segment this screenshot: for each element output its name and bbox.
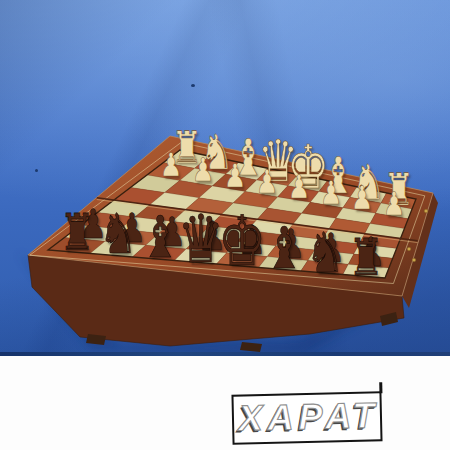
watermark-text: ХАРАТ [233, 393, 380, 440]
product-photo: ♜♞♝♛♚♝♞♜♟♟♟♟♟♟♟♟♟♟♟♟♟♟♟♟♜♞♝♛♚♝♞♜ ХАРАТ [0, 0, 450, 450]
watermark-strip: ХАРАТ [0, 356, 450, 450]
watermark-box: ХАРАТ [231, 391, 382, 444]
